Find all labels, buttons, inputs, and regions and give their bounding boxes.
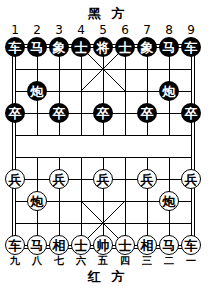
- board-point[interactable]: 相: [48, 234, 70, 256]
- board-point[interactable]: 帅: [92, 234, 114, 256]
- board-point[interactable]: 兵: [48, 168, 70, 190]
- black-advisor[interactable]: 士: [115, 37, 135, 57]
- file-label: 五: [92, 254, 114, 268]
- file-labels-bottom: 九八七六五四三二一: [4, 254, 202, 268]
- file-label: 一: [180, 254, 202, 268]
- board-point[interactable]: 车: [4, 36, 26, 58]
- board-point[interactable]: [26, 146, 48, 168]
- black-cannon[interactable]: 炮: [27, 81, 47, 101]
- board-point[interactable]: [26, 168, 48, 190]
- board-point[interactable]: 兵: [4, 168, 26, 190]
- red-soldier[interactable]: 兵: [5, 169, 25, 189]
- board-point[interactable]: [70, 124, 92, 146]
- black-chariot[interactable]: 车: [5, 37, 25, 57]
- red-cannon[interactable]: 炮: [27, 191, 47, 211]
- board-point[interactable]: 炮: [26, 190, 48, 212]
- board-point[interactable]: [4, 80, 26, 102]
- board-point[interactable]: [48, 124, 70, 146]
- black-cannon[interactable]: 炮: [159, 81, 179, 101]
- black-horse[interactable]: 马: [159, 37, 179, 57]
- board-point[interactable]: [26, 102, 48, 124]
- board-point[interactable]: [114, 212, 136, 234]
- board-point[interactable]: [70, 168, 92, 190]
- black-horse[interactable]: 马: [27, 37, 47, 57]
- board-point[interactable]: [180, 146, 202, 168]
- board-point[interactable]: [4, 124, 26, 146]
- board-point[interactable]: 士: [114, 36, 136, 58]
- red-advisor[interactable]: 士: [115, 235, 135, 255]
- black-general[interactable]: 将: [93, 37, 113, 57]
- board-point[interactable]: 卒: [180, 102, 202, 124]
- black-elephant[interactable]: 象: [137, 37, 157, 57]
- board-point[interactable]: [70, 58, 92, 80]
- board-point[interactable]: [136, 212, 158, 234]
- board-point[interactable]: [92, 190, 114, 212]
- board-point[interactable]: [180, 124, 202, 146]
- file-label: 九: [4, 254, 26, 268]
- board-point[interactable]: 炮: [158, 190, 180, 212]
- board-point[interactable]: [180, 58, 202, 80]
- red-chariot[interactable]: 车: [181, 235, 201, 255]
- board-point[interactable]: [70, 190, 92, 212]
- red-general[interactable]: 帅: [93, 235, 113, 255]
- board-point[interactable]: [92, 212, 114, 234]
- board-point[interactable]: [114, 58, 136, 80]
- black-soldier[interactable]: 卒: [93, 103, 113, 123]
- black-soldier[interactable]: 卒: [181, 103, 201, 123]
- board-point[interactable]: [180, 190, 202, 212]
- board-point[interactable]: [4, 190, 26, 212]
- board-point[interactable]: [48, 58, 70, 80]
- board-point[interactable]: 马: [158, 36, 180, 58]
- board-point[interactable]: 炮: [158, 80, 180, 102]
- black-elephant[interactable]: 象: [49, 37, 69, 57]
- board-point[interactable]: [4, 58, 26, 80]
- red-soldier[interactable]: 兵: [93, 169, 113, 189]
- board-point[interactable]: 车: [4, 234, 26, 256]
- xiangqi-board-diagram: 黑 方 123456789 车马象士将士象马车炮炮卒卒卒卒卒兵兵兵兵兵炮炮车马相…: [0, 0, 212, 290]
- board-point[interactable]: 马: [26, 36, 48, 58]
- board-point[interactable]: [4, 146, 26, 168]
- file-label: 二: [158, 254, 180, 268]
- board-point[interactable]: 士: [114, 234, 136, 256]
- board-point[interactable]: [48, 212, 70, 234]
- black-soldier[interactable]: 卒: [49, 103, 69, 123]
- board-point[interactable]: [26, 58, 48, 80]
- board-point[interactable]: [92, 124, 114, 146]
- board-point[interactable]: [26, 212, 48, 234]
- board-point[interactable]: 卒: [92, 102, 114, 124]
- board-point[interactable]: 车: [180, 234, 202, 256]
- board-point[interactable]: [92, 146, 114, 168]
- board-point[interactable]: 士: [70, 36, 92, 58]
- red-chariot[interactable]: 车: [5, 235, 25, 255]
- board-point[interactable]: 兵: [92, 168, 114, 190]
- board-point[interactable]: 兵: [136, 168, 158, 190]
- board-point[interactable]: [114, 190, 136, 212]
- red-elephant[interactable]: 相: [49, 235, 69, 255]
- board-point[interactable]: [158, 58, 180, 80]
- file-label: 七: [48, 254, 70, 268]
- black-soldier[interactable]: 卒: [137, 103, 157, 123]
- board-point[interactable]: [70, 80, 92, 102]
- board-point[interactable]: [114, 102, 136, 124]
- black-advisor[interactable]: 士: [71, 37, 91, 57]
- board-point[interactable]: [114, 80, 136, 102]
- board-point[interactable]: 马: [26, 234, 48, 256]
- board-point[interactable]: 炮: [26, 80, 48, 102]
- board-point[interactable]: [4, 212, 26, 234]
- red-soldier[interactable]: 兵: [49, 169, 69, 189]
- file-label: 八: [26, 254, 48, 268]
- board-point[interactable]: 兵: [180, 168, 202, 190]
- board-point[interactable]: [136, 58, 158, 80]
- board-point[interactable]: 相: [136, 234, 158, 256]
- board-point[interactable]: [48, 190, 70, 212]
- red-side-label: 红 方: [0, 268, 212, 286]
- board-point[interactable]: 马: [158, 234, 180, 256]
- board-point[interactable]: 士: [70, 234, 92, 256]
- file-label: 三: [136, 254, 158, 268]
- board-grid: 车马象士将士象马车炮炮卒卒卒卒卒兵兵兵兵兵炮炮车马相士帅士相马车: [4, 36, 202, 256]
- board-point[interactable]: [136, 80, 158, 102]
- board-point[interactable]: [48, 80, 70, 102]
- board-point[interactable]: [70, 102, 92, 124]
- red-cannon[interactable]: 炮: [159, 191, 179, 211]
- red-soldier[interactable]: 兵: [137, 169, 157, 189]
- file-label: 四: [114, 254, 136, 268]
- red-horse[interactable]: 马: [159, 235, 179, 255]
- red-soldier[interactable]: 兵: [181, 169, 201, 189]
- board-point[interactable]: [114, 146, 136, 168]
- board-point[interactable]: [180, 80, 202, 102]
- board-point[interactable]: [158, 146, 180, 168]
- board-point[interactable]: [136, 124, 158, 146]
- board-point[interactable]: 卒: [136, 102, 158, 124]
- board-point[interactable]: 将: [92, 36, 114, 58]
- board-point[interactable]: [114, 124, 136, 146]
- board-point[interactable]: 车: [180, 36, 202, 58]
- board-point[interactable]: [136, 190, 158, 212]
- board-point[interactable]: [70, 146, 92, 168]
- board-point[interactable]: [92, 80, 114, 102]
- black-chariot[interactable]: 车: [181, 37, 201, 57]
- board-point[interactable]: 卒: [48, 102, 70, 124]
- board-point[interactable]: 象: [48, 36, 70, 58]
- board-point[interactable]: [180, 212, 202, 234]
- board-point[interactable]: [158, 212, 180, 234]
- red-elephant[interactable]: 相: [137, 235, 157, 255]
- board-point[interactable]: 象: [136, 36, 158, 58]
- board-point[interactable]: [92, 58, 114, 80]
- board-point[interactable]: [114, 168, 136, 190]
- file-label: 六: [70, 254, 92, 268]
- black-soldier[interactable]: 卒: [5, 103, 25, 123]
- red-horse[interactable]: 马: [27, 235, 47, 255]
- board-point[interactable]: [158, 102, 180, 124]
- red-advisor[interactable]: 士: [71, 235, 91, 255]
- board-point[interactable]: [48, 146, 70, 168]
- board-point[interactable]: 卒: [4, 102, 26, 124]
- board-point[interactable]: [158, 168, 180, 190]
- board-point[interactable]: [158, 124, 180, 146]
- board-point[interactable]: [26, 124, 48, 146]
- board-point[interactable]: [70, 212, 92, 234]
- board-point[interactable]: [136, 146, 158, 168]
